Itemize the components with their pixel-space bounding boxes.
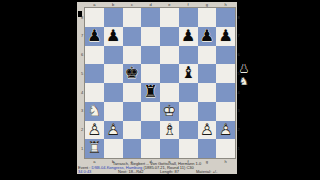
square-b1: [104, 139, 123, 158]
file-label-b: b: [104, 160, 123, 164]
square-b3: [104, 102, 123, 121]
caption-stats-line: 34 0:43Next: 18...Rd2Length: 87Material:…: [77, 170, 237, 174]
piece-black-pawn: ♟: [216, 27, 235, 46]
square-c5: ♚: [123, 64, 142, 83]
square-b5: [104, 64, 123, 83]
file-label-e: e: [160, 160, 179, 164]
caption-stat: Material: +/-: [196, 170, 217, 174]
square-a5: [85, 64, 104, 83]
file-label-g: g: [198, 3, 217, 7]
square-c6: [123, 46, 142, 65]
square-h1: [216, 139, 235, 158]
square-f3: [179, 102, 198, 121]
square-g5: [198, 64, 217, 83]
file-label-a: a: [85, 160, 104, 164]
square-c1: [123, 139, 142, 158]
file-label-f: f: [179, 160, 198, 164]
square-g3: [198, 102, 217, 121]
square-b8: [104, 8, 123, 27]
rank-label-3: 3: [79, 109, 85, 113]
square-b4: [104, 83, 123, 102]
black-pawn-material-icon: ♟: [237, 62, 251, 76]
rank-label-6: 6: [79, 53, 85, 57]
square-h7: ♟: [216, 27, 235, 46]
square-c3: [123, 102, 142, 121]
diagram-panel: ♟♟♟♟♟♚♝♜♞♘♚♔♟♙♟♙♝♗♟♙♟♙♜♖ Tarrasch, Siegb…: [77, 2, 237, 174]
square-d7: [141, 27, 160, 46]
piece-white-rook: ♖: [85, 139, 104, 158]
square-f2: [179, 121, 198, 140]
square-h4: [216, 83, 235, 102]
square-c2: [123, 121, 142, 140]
square-f4: [179, 83, 198, 102]
square-b2: ♟♙: [104, 121, 123, 140]
rank-label-4: 4: [79, 91, 85, 95]
square-d5: [141, 64, 160, 83]
square-e8: [160, 8, 179, 27]
square-e7: [160, 27, 179, 46]
video-frame: { "game": "chess", "position": { "fen": …: [0, 0, 320, 180]
square-a4: [85, 83, 104, 102]
piece-black-rook: ♜: [141, 83, 160, 102]
square-a3: ♞♘: [85, 102, 104, 121]
caption-stat: Next: 18...Rd2: [118, 170, 144, 174]
piece-black-pawn: ♟: [179, 27, 198, 46]
file-label-c: c: [123, 3, 142, 7]
rank-label-1: 1: [79, 147, 85, 151]
caption-stat: Length: 87: [160, 170, 179, 174]
piece-black-pawn: ♟: [198, 27, 217, 46]
square-d2: [141, 121, 160, 140]
square-h3: [216, 102, 235, 121]
square-d8: [141, 8, 160, 27]
square-f8: [179, 8, 198, 27]
file-label-h: h: [216, 3, 235, 7]
square-f5: ♝: [179, 64, 198, 83]
square-a1: ♜♖: [85, 139, 104, 158]
piece-black-bishop: ♝: [179, 64, 198, 83]
chess-board: ♟♟♟♟♟♚♝♜♞♘♚♔♟♙♟♙♝♗♟♙♟♙♜♖: [85, 8, 235, 158]
square-e4: [160, 83, 179, 102]
square-g1: [198, 139, 217, 158]
piece-white-pawn: ♙: [198, 121, 217, 140]
square-c8: [123, 8, 142, 27]
piece-white-king: ♔: [160, 102, 179, 121]
rank-label-1: 1: [236, 147, 242, 151]
square-g8: [198, 8, 217, 27]
square-a7: ♟: [85, 27, 104, 46]
file-label-g: g: [198, 160, 217, 164]
game-caption: Tarrasch, Siegbert -- Von Gottschall, He…: [77, 162, 237, 174]
square-e6: [160, 46, 179, 65]
rank-label-7: 7: [79, 34, 85, 38]
square-e2: ♝♗: [160, 121, 179, 140]
rank-label-6: 6: [236, 53, 242, 57]
square-f7: ♟: [179, 27, 198, 46]
file-label-d: d: [141, 3, 160, 7]
square-g7: ♟: [198, 27, 217, 46]
rank-label-2: 2: [79, 128, 85, 132]
material-balance-tray: ♟♞♘: [237, 62, 251, 94]
square-h5: [216, 64, 235, 83]
rank-label-8: 8: [79, 16, 85, 20]
square-d1: [141, 139, 160, 158]
file-label-e: e: [160, 3, 179, 7]
square-h8: [216, 8, 235, 27]
square-g6: [198, 46, 217, 65]
square-f6: [179, 46, 198, 65]
piece-white-pawn: ♙: [85, 121, 104, 140]
square-g4: [198, 83, 217, 102]
square-e1: [160, 139, 179, 158]
rank-label-7: 7: [236, 34, 242, 38]
square-h2: ♟♙: [216, 121, 235, 140]
piece-black-pawn: ♟: [85, 27, 104, 46]
file-label-a: a: [85, 3, 104, 7]
file-label-d: d: [141, 160, 160, 164]
white-knight-material-icon: ♘: [237, 75, 251, 89]
piece-white-pawn: ♙: [216, 121, 235, 140]
square-c7: [123, 27, 142, 46]
square-e5: [160, 64, 179, 83]
square-a6: [85, 46, 104, 65]
piece-white-knight: ♘: [85, 102, 104, 121]
square-f1: [179, 139, 198, 158]
square-d3: [141, 102, 160, 121]
file-label-f: f: [179, 3, 198, 7]
square-b6: [104, 46, 123, 65]
square-a8: [85, 8, 104, 27]
square-b7: ♟: [104, 27, 123, 46]
piece-white-pawn: ♙: [104, 121, 123, 140]
square-a2: ♟♙: [85, 121, 104, 140]
square-h6: [216, 46, 235, 65]
rank-label-3: 3: [236, 109, 242, 113]
square-d4: ♜: [141, 83, 160, 102]
piece-white-bishop: ♗: [160, 121, 179, 140]
rank-label-2: 2: [236, 128, 242, 132]
file-label-b: b: [104, 3, 123, 7]
file-label-h: h: [216, 160, 235, 164]
rank-label-8: 8: [236, 16, 242, 20]
square-g2: ♟♙: [198, 121, 217, 140]
file-label-c: c: [123, 160, 142, 164]
square-c4: [123, 83, 142, 102]
piece-black-king: ♚: [123, 64, 142, 83]
square-e3: ♚♔: [160, 102, 179, 121]
square-d6: [141, 46, 160, 65]
rank-label-5: 5: [79, 72, 85, 76]
piece-black-pawn: ♟: [104, 27, 123, 46]
caption-stat: 34 0:43: [78, 170, 91, 174]
